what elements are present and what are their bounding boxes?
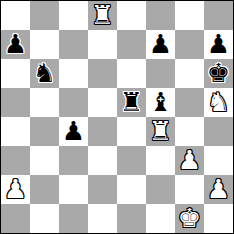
square-f5[interactable]: ♝	[146, 88, 175, 117]
piece-black-rook-e5[interactable]: ♜	[120, 88, 143, 117]
square-c7[interactable]	[59, 30, 88, 59]
square-h3[interactable]	[204, 146, 233, 175]
square-c2[interactable]	[59, 175, 88, 204]
square-d7[interactable]	[88, 30, 117, 59]
square-c4[interactable]: ♟	[59, 117, 88, 146]
square-g8[interactable]	[175, 1, 204, 30]
square-g6[interactable]	[175, 59, 204, 88]
square-f3[interactable]	[146, 146, 175, 175]
square-b5[interactable]	[30, 88, 59, 117]
square-e5[interactable]: ♜	[117, 88, 146, 117]
square-e7[interactable]	[117, 30, 146, 59]
square-b6[interactable]: ♞	[30, 59, 59, 88]
square-f1[interactable]	[146, 204, 175, 233]
square-h5[interactable]: ♞	[204, 88, 233, 117]
piece-white-rook-d8[interactable]: ♜	[91, 1, 114, 30]
square-h2[interactable]: ♟	[204, 175, 233, 204]
piece-white-pawn-a2[interactable]: ♟	[4, 175, 27, 204]
square-a8[interactable]	[1, 1, 30, 30]
square-f8[interactable]	[146, 1, 175, 30]
piece-white-pawn-h2[interactable]: ♟	[207, 175, 230, 204]
square-c8[interactable]	[59, 1, 88, 30]
square-e3[interactable]	[117, 146, 146, 175]
square-f2[interactable]	[146, 175, 175, 204]
square-c1[interactable]	[59, 204, 88, 233]
square-h7[interactable]: ♟	[204, 30, 233, 59]
square-f7[interactable]: ♟	[146, 30, 175, 59]
square-h6[interactable]: ♚	[204, 59, 233, 88]
piece-black-pawn-c4[interactable]: ♟	[62, 117, 85, 146]
square-g3[interactable]: ♟	[175, 146, 204, 175]
square-a7[interactable]: ♟	[1, 30, 30, 59]
square-b1[interactable]	[30, 204, 59, 233]
square-e6[interactable]	[117, 59, 146, 88]
square-g2[interactable]	[175, 175, 204, 204]
square-h1[interactable]	[204, 204, 233, 233]
square-a4[interactable]	[1, 117, 30, 146]
square-a6[interactable]	[1, 59, 30, 88]
piece-black-bishop-f5[interactable]: ♝	[149, 88, 172, 117]
piece-white-rook-f4[interactable]: ♜	[149, 117, 172, 146]
square-d2[interactable]	[88, 175, 117, 204]
piece-white-knight-h5[interactable]: ♞	[207, 88, 230, 117]
square-d6[interactable]	[88, 59, 117, 88]
square-a1[interactable]	[1, 204, 30, 233]
square-h8[interactable]	[204, 1, 233, 30]
piece-black-pawn-f7[interactable]: ♟	[149, 30, 172, 59]
square-d3[interactable]	[88, 146, 117, 175]
square-d1[interactable]	[88, 204, 117, 233]
square-c6[interactable]	[59, 59, 88, 88]
square-b2[interactable]	[30, 175, 59, 204]
square-a5[interactable]	[1, 88, 30, 117]
square-g1[interactable]: ♚	[175, 204, 204, 233]
square-a3[interactable]	[1, 146, 30, 175]
square-b3[interactable]	[30, 146, 59, 175]
square-c5[interactable]	[59, 88, 88, 117]
piece-white-king-g1[interactable]: ♚	[178, 204, 201, 233]
square-b4[interactable]	[30, 117, 59, 146]
square-d4[interactable]	[88, 117, 117, 146]
square-g4[interactable]	[175, 117, 204, 146]
square-e8[interactable]	[117, 1, 146, 30]
square-d8[interactable]: ♜	[88, 1, 117, 30]
square-a2[interactable]: ♟	[1, 175, 30, 204]
square-g7[interactable]	[175, 30, 204, 59]
square-e1[interactable]	[117, 204, 146, 233]
square-b7[interactable]	[30, 30, 59, 59]
square-h4[interactable]	[204, 117, 233, 146]
chess-board: ♜♟♟♟♞♚♜♝♞♟♜♟♟♟♚	[1, 1, 233, 233]
square-c3[interactable]	[59, 146, 88, 175]
square-d5[interactable]	[88, 88, 117, 117]
square-g5[interactable]	[175, 88, 204, 117]
square-b8[interactable]	[30, 1, 59, 30]
piece-black-king-h6[interactable]: ♚	[207, 59, 230, 88]
piece-white-pawn-g3[interactable]: ♟	[178, 146, 201, 175]
square-f4[interactable]: ♜	[146, 117, 175, 146]
square-e4[interactable]	[117, 117, 146, 146]
square-f6[interactable]	[146, 59, 175, 88]
piece-black-knight-b6[interactable]: ♞	[33, 59, 56, 88]
piece-black-pawn-a7[interactable]: ♟	[4, 30, 27, 59]
piece-black-pawn-h7[interactable]: ♟	[207, 30, 230, 59]
square-e2[interactable]	[117, 175, 146, 204]
chess-board-frame: ♜♟♟♟♞♚♜♝♞♟♜♟♟♟♚	[0, 0, 234, 234]
